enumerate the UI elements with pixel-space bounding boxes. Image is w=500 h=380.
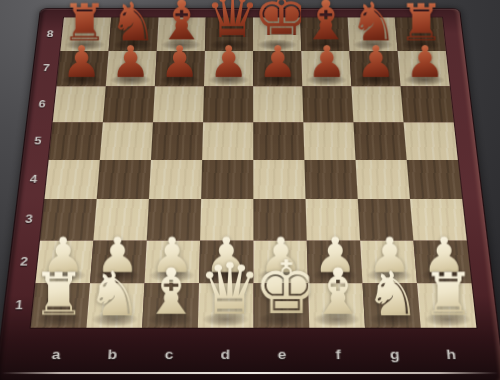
- file-label-h: h: [422, 346, 480, 365]
- piece-white-knight-g1[interactable]: ♞: [365, 263, 421, 325]
- frame-highlight-line: [1, 372, 498, 374]
- piece-dark-pawn-g7[interactable]: ♟: [351, 40, 400, 84]
- piece-white-knight-b1[interactable]: ♞: [87, 263, 143, 325]
- board-grid: ♜♞♝♛♚♝♞♜♟♟♟♟♟♟♟♟♟♟♟♟♟♟♟♟♜♞♝♛♚♝♞♜: [31, 18, 477, 328]
- square-a7[interactable]: ♟: [57, 51, 109, 86]
- square-f5[interactable]: [303, 122, 355, 160]
- square-h7[interactable]: ♟: [398, 51, 450, 86]
- square-d1[interactable]: ♛: [198, 283, 254, 328]
- file-label-b: b: [83, 346, 141, 365]
- square-e4[interactable]: [253, 160, 305, 199]
- square-e6[interactable]: [253, 86, 303, 122]
- square-c4[interactable]: [149, 160, 202, 199]
- square-b7[interactable]: ♟: [106, 51, 157, 86]
- piece-white-rook-h1[interactable]: ♜: [420, 265, 476, 324]
- piece-dark-pawn-h7[interactable]: ♟: [400, 40, 449, 84]
- piece-dark-pawn-d7[interactable]: ♟: [204, 40, 253, 84]
- file-label-a: a: [27, 346, 85, 365]
- square-a5[interactable]: [49, 122, 103, 160]
- square-c7[interactable]: ♟: [155, 51, 205, 86]
- piece-white-rook-a1[interactable]: ♜: [31, 265, 87, 324]
- piece-white-king-e1[interactable]: ♚: [254, 251, 310, 324]
- piece-white-bishop-c1[interactable]: ♝: [142, 261, 198, 325]
- chess-board: 87654321 ♜♞♝♛♚♝♞♜♟♟♟♟♟♟♟♟♟♟♟♟♟♟♟♟♜♞♝♛♚♝♞…: [0, 8, 500, 380]
- square-h6[interactable]: [401, 86, 454, 122]
- piece-dark-pawn-e7[interactable]: ♟: [253, 40, 302, 84]
- square-h4[interactable]: [407, 160, 462, 199]
- piece-white-bishop-f1[interactable]: ♝: [309, 261, 365, 325]
- square-e1[interactable]: ♚: [253, 283, 309, 328]
- piece-dark-pawn-c7[interactable]: ♟: [155, 40, 204, 84]
- square-h1[interactable]: ♜: [417, 283, 476, 328]
- square-h5[interactable]: [404, 122, 458, 160]
- piece-dark-pawn-b7[interactable]: ♟: [106, 40, 155, 84]
- square-f4[interactable]: [304, 160, 357, 199]
- square-d7[interactable]: ♟: [204, 51, 253, 86]
- file-label-e: e: [254, 346, 311, 365]
- file-label-g: g: [366, 346, 424, 365]
- square-f6[interactable]: [302, 86, 353, 122]
- piece-dark-pawn-a7[interactable]: ♟: [57, 40, 106, 84]
- piece-dark-pawn-f7[interactable]: ♟: [302, 40, 351, 84]
- square-g1[interactable]: ♞: [362, 283, 420, 328]
- square-d4[interactable]: [201, 160, 253, 199]
- square-g6[interactable]: [351, 86, 403, 122]
- square-b4[interactable]: [97, 160, 151, 199]
- square-f1[interactable]: ♝: [308, 283, 365, 328]
- square-c1[interactable]: ♝: [142, 283, 199, 328]
- square-d6[interactable]: [203, 86, 253, 122]
- piece-white-queen-d1[interactable]: ♛: [198, 254, 254, 325]
- rank-label-6: 6: [27, 86, 56, 122]
- square-a1[interactable]: ♜: [31, 283, 90, 328]
- chess-app-scene: 87654321 ♜♞♝♛♚♝♞♜♟♟♟♟♟♟♟♟♟♟♟♟♟♟♟♟♜♞♝♛♚♝♞…: [0, 0, 500, 380]
- square-e5[interactable]: [253, 122, 304, 160]
- square-a4[interactable]: [44, 160, 99, 199]
- square-d5[interactable]: [202, 122, 253, 160]
- square-g5[interactable]: [353, 122, 406, 160]
- file-coordinates: abcdefgh: [27, 346, 481, 365]
- square-c5[interactable]: [151, 122, 203, 160]
- square-b5[interactable]: [100, 122, 153, 160]
- file-label-c: c: [140, 346, 197, 365]
- square-b1[interactable]: ♞: [86, 283, 144, 328]
- square-b6[interactable]: [103, 86, 155, 122]
- file-label-d: d: [197, 346, 254, 365]
- square-c6[interactable]: [153, 86, 204, 122]
- square-e7[interactable]: ♟: [253, 51, 302, 86]
- square-f7[interactable]: ♟: [301, 51, 351, 86]
- file-label-f: f: [310, 346, 367, 365]
- square-g4[interactable]: [356, 160, 410, 199]
- square-a6[interactable]: [53, 86, 106, 122]
- square-g7[interactable]: ♟: [349, 51, 400, 86]
